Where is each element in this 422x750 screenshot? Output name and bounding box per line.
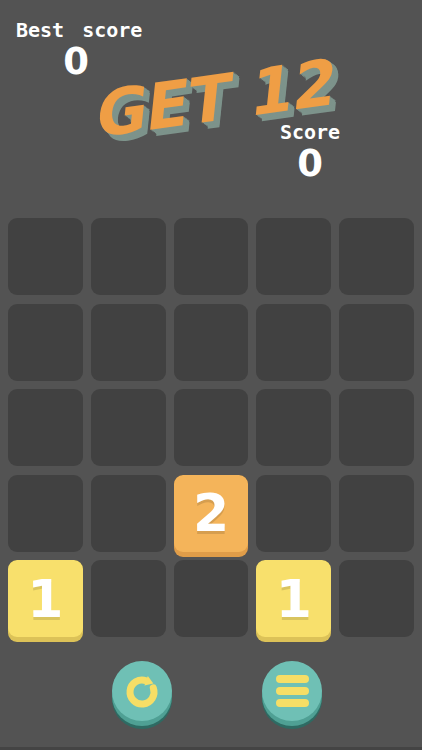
menu-button[interactable] [262,661,322,721]
cell-r3c2 [91,389,166,466]
tile-1[interactable]: 1 [256,560,331,637]
cell-r1c1 [8,218,83,295]
best-score-panel: Best score 0 [16,18,136,80]
cell-r5c1: 1 [8,560,83,637]
hamburger-bar [276,675,309,683]
cell-r1c5 [339,218,414,295]
cell-r5c2 [91,560,166,637]
hamburger-bar [276,699,309,707]
cell-r5c3 [174,560,249,637]
tile-1[interactable]: 1 [8,560,83,637]
cell-r2c4 [256,304,331,381]
cell-r3c3 [174,389,249,466]
cell-r2c2 [91,304,166,381]
score-value: 0 [258,145,362,182]
restart-button[interactable] [112,661,172,721]
cell-r3c4 [256,389,331,466]
hamburger-bar [276,687,309,695]
hamburger-menu-icon [276,675,309,707]
cell-r2c3 [174,304,249,381]
cell-r5c5 [339,560,414,637]
best-score-value: 0 [16,43,136,80]
game-screen: Best score 0 GET 12 Score 0 211 [0,0,422,750]
cell-r2c1 [8,304,83,381]
cell-r1c3 [174,218,249,295]
tile-2[interactable]: 2 [174,475,249,552]
cell-r4c2 [91,475,166,552]
cell-r4c4 [256,475,331,552]
restart-circular-arrow-icon [123,672,161,710]
score-label: Score [258,120,362,144]
cell-r3c5 [339,389,414,466]
cell-r1c4 [256,218,331,295]
cell-r1c2 [91,218,166,295]
cell-r2c5 [339,304,414,381]
score-panel: Score 0 [258,120,362,182]
cell-r3c1 [8,389,83,466]
cell-r4c5 [339,475,414,552]
cell-r4c3: 2 [174,475,249,552]
cell-r5c4: 1 [256,560,331,637]
cell-r4c1 [8,475,83,552]
game-board[interactable]: 211 [8,218,414,637]
best-score-label: Best score [16,18,136,42]
